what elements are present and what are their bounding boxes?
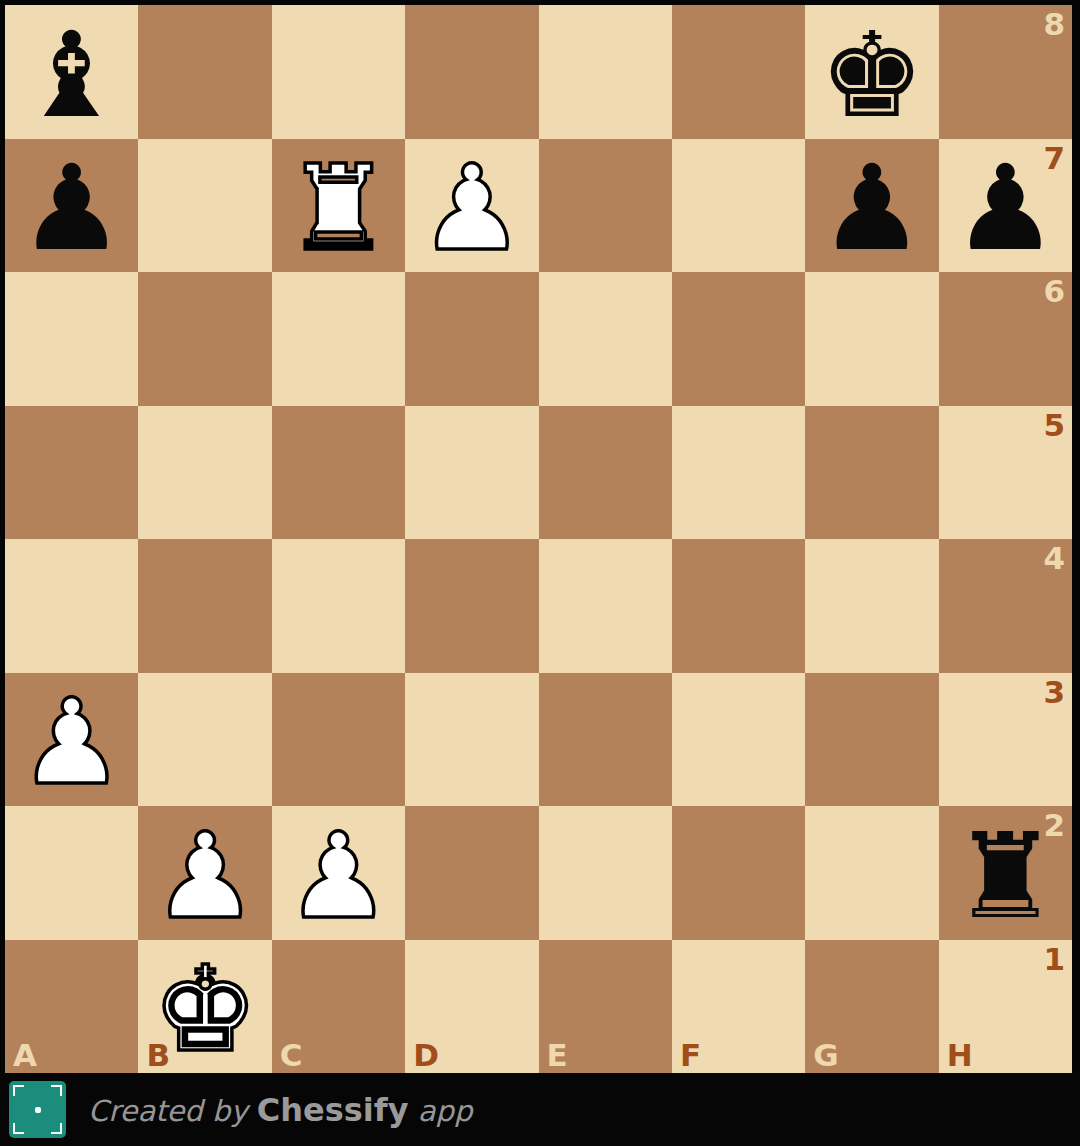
file-label-a: A [13, 1037, 37, 1073]
checkerboard-icon [35, 1107, 41, 1113]
square-a5[interactable] [5, 406, 138, 540]
square-g4[interactable] [805, 539, 938, 673]
square-a4[interactable] [5, 539, 138, 673]
app-label: app [418, 1094, 473, 1128]
piece-black-pawn-h7[interactable]: ♟ [952, 149, 1058, 267]
square-h1[interactable]: 1H [939, 940, 1072, 1074]
piece-white-pawn-a3[interactable]: ♟ [19, 683, 125, 801]
square-f4[interactable] [672, 539, 805, 673]
piece-white-pawn-c2[interactable]: ♟ [286, 817, 392, 935]
piece-black-bishop-a8[interactable]: ♝ [19, 16, 125, 134]
square-f7[interactable] [672, 139, 805, 273]
piece-black-rook-h2[interactable]: ♜ [952, 817, 1058, 935]
piece-white-pawn-b2[interactable]: ♟ [152, 817, 258, 935]
square-a6[interactable] [5, 272, 138, 406]
piece-black-pawn-a7[interactable]: ♟ [19, 149, 125, 267]
file-label-c: C [280, 1037, 303, 1073]
square-f3[interactable] [672, 673, 805, 807]
square-c3[interactable] [272, 673, 405, 807]
square-e7[interactable] [539, 139, 672, 273]
square-a2[interactable] [5, 806, 138, 940]
square-g2[interactable] [805, 806, 938, 940]
square-c5[interactable] [272, 406, 405, 540]
square-h3[interactable]: 3 [939, 673, 1072, 807]
credit-text: Created by Chessify app [88, 1091, 472, 1129]
chess-board: ♝♚8♟♜♟♟♟7654♟3♟♟♜2A♚BCDEFG1H [5, 5, 1072, 1073]
rank-label-4: 4 [1043, 540, 1065, 576]
square-d7[interactable]: ♟ [405, 139, 538, 273]
square-d3[interactable] [405, 673, 538, 807]
piece-white-pawn-d7[interactable]: ♟ [419, 149, 525, 267]
created-by-label: Created by [88, 1094, 248, 1128]
square-b2[interactable]: ♟ [138, 806, 271, 940]
square-e3[interactable] [539, 673, 672, 807]
square-f2[interactable] [672, 806, 805, 940]
file-label-h: H [947, 1037, 973, 1073]
file-label-g: G [813, 1037, 838, 1073]
square-d6[interactable] [405, 272, 538, 406]
square-e4[interactable] [539, 539, 672, 673]
square-e8[interactable] [539, 5, 672, 139]
square-d2[interactable] [405, 806, 538, 940]
square-c8[interactable] [272, 5, 405, 139]
piece-black-king-g8[interactable]: ♚ [819, 16, 925, 134]
square-e2[interactable] [539, 806, 672, 940]
square-h7[interactable]: ♟7 [939, 139, 1072, 273]
square-b8[interactable] [138, 5, 271, 139]
chessify-logo[interactable] [9, 1081, 66, 1138]
square-h4[interactable]: 4 [939, 539, 1072, 673]
square-a8[interactable]: ♝ [5, 5, 138, 139]
square-f5[interactable] [672, 406, 805, 540]
square-c2[interactable]: ♟ [272, 806, 405, 940]
square-f1[interactable]: F [672, 940, 805, 1074]
square-h8[interactable]: 8 [939, 5, 1072, 139]
scan-corner-icon [13, 1085, 24, 1096]
file-label-f: F [680, 1037, 701, 1073]
square-g3[interactable] [805, 673, 938, 807]
square-h6[interactable]: 6 [939, 272, 1072, 406]
square-d5[interactable] [405, 406, 538, 540]
square-g5[interactable] [805, 406, 938, 540]
rank-label-1: 1 [1043, 941, 1065, 977]
square-d8[interactable] [405, 5, 538, 139]
brand-name[interactable]: Chessify [257, 1091, 409, 1129]
square-g7[interactable]: ♟ [805, 139, 938, 273]
square-c1[interactable]: C [272, 940, 405, 1074]
piece-white-rook-c7[interactable]: ♜ [286, 149, 392, 267]
square-h2[interactable]: ♜2 [939, 806, 1072, 940]
square-h5[interactable]: 5 [939, 406, 1072, 540]
square-e5[interactable] [539, 406, 672, 540]
rank-label-5: 5 [1043, 407, 1065, 443]
file-label-b: B [146, 1037, 170, 1073]
square-b5[interactable] [138, 406, 271, 540]
rank-label-8: 8 [1043, 6, 1065, 42]
square-d4[interactable] [405, 539, 538, 673]
square-b4[interactable] [138, 539, 271, 673]
square-g8[interactable]: ♚ [805, 5, 938, 139]
square-a1[interactable]: A [5, 940, 138, 1074]
square-b6[interactable] [138, 272, 271, 406]
rank-label-3: 3 [1043, 674, 1065, 710]
file-label-d: D [413, 1037, 439, 1073]
square-c4[interactable] [272, 539, 405, 673]
footer-bar: Created by Chessify app [0, 1073, 1080, 1146]
square-b3[interactable] [138, 673, 271, 807]
rank-label-7: 7 [1043, 140, 1065, 176]
square-b7[interactable] [138, 139, 271, 273]
square-e6[interactable] [539, 272, 672, 406]
square-g1[interactable]: G [805, 940, 938, 1074]
square-d1[interactable]: D [405, 940, 538, 1074]
square-a3[interactable]: ♟ [5, 673, 138, 807]
scan-corner-icon [51, 1085, 62, 1096]
piece-black-pawn-g7[interactable]: ♟ [819, 149, 925, 267]
scan-corner-icon [51, 1123, 62, 1134]
file-label-e: E [547, 1037, 568, 1073]
scan-corner-icon [13, 1123, 24, 1134]
square-c6[interactable] [272, 272, 405, 406]
square-c7[interactable]: ♜ [272, 139, 405, 273]
square-a7[interactable]: ♟ [5, 139, 138, 273]
rank-label-2: 2 [1043, 807, 1065, 843]
rank-label-6: 6 [1043, 273, 1065, 309]
square-g6[interactable] [805, 272, 938, 406]
square-f8[interactable] [672, 5, 805, 139]
square-f6[interactable] [672, 272, 805, 406]
square-e1[interactable]: E [539, 940, 672, 1074]
square-b1[interactable]: ♚B [138, 940, 271, 1074]
chessify-diagram: ♝♚8♟♜♟♟♟7654♟3♟♟♜2A♚BCDEFG1H Created by … [0, 0, 1080, 1146]
